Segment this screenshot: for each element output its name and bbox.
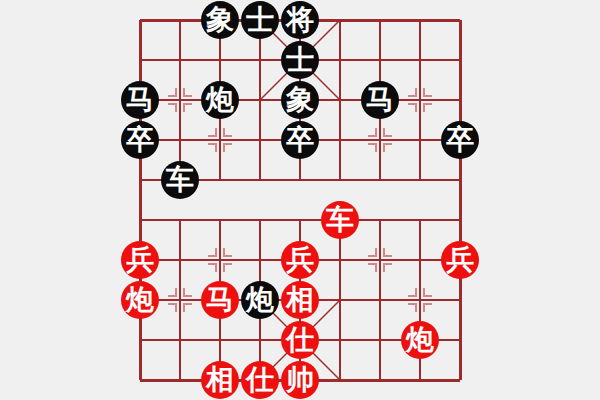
intersection-c7r6[interactable] (400, 240, 440, 280)
intersection-c5r7[interactable] (320, 280, 360, 320)
piece-red-soldier[interactable]: 兵 (281, 241, 319, 279)
intersection-c8r7[interactable] (440, 280, 480, 320)
intersection-c1r9[interactable] (160, 360, 200, 400)
intersection-c6r3[interactable] (360, 120, 400, 160)
piece-red-advisor[interactable]: 仕 (281, 321, 319, 359)
intersection-c7r3[interactable] (400, 120, 440, 160)
intersection-c4r1[interactable]: 士 (280, 40, 320, 80)
intersection-c0r1[interactable] (120, 40, 160, 80)
intersection-c5r5[interactable]: 车 (320, 200, 360, 240)
intersection-c4r0[interactable]: 将 (280, 0, 320, 40)
intersection-c3r4[interactable] (240, 160, 280, 200)
intersection-c2r3[interactable] (200, 120, 240, 160)
intersection-c3r6[interactable] (240, 240, 280, 280)
piece-black-soldier[interactable]: 卒 (121, 121, 159, 159)
intersection-c3r7[interactable]: 炮 (240, 280, 280, 320)
intersection-c5r0[interactable] (320, 0, 360, 40)
piece-red-elephant[interactable]: 相 (281, 281, 319, 319)
intersection-c7r9[interactable] (400, 360, 440, 400)
piece-black-advisor[interactable]: 士 (241, 1, 279, 39)
piece-black-soldier[interactable]: 卒 (281, 121, 319, 159)
intersection-c5r8[interactable] (320, 320, 360, 360)
xiangqi-board: 象士将士马炮象马卒卒卒车车兵兵兵炮马炮相仕炮相仕帅 (0, 0, 600, 400)
intersection-c7r0[interactable] (400, 0, 440, 40)
intersection-c4r4[interactable] (280, 160, 320, 200)
piece-black-general[interactable]: 将 (281, 1, 319, 39)
intersection-c5r1[interactable] (320, 40, 360, 80)
intersection-c7r4[interactable] (400, 160, 440, 200)
intersection-c6r8[interactable] (360, 320, 400, 360)
intersection-c7r1[interactable] (400, 40, 440, 80)
intersection-c7r2[interactable] (400, 80, 440, 120)
intersection-c1r1[interactable] (160, 40, 200, 80)
intersection-c0r5[interactable] (120, 200, 160, 240)
intersection-c1r7[interactable] (160, 280, 200, 320)
piece-black-chariot[interactable]: 车 (161, 161, 199, 199)
intersection-c8r2[interactable] (440, 80, 480, 120)
intersection-c5r2[interactable] (320, 80, 360, 120)
intersection-c4r5[interactable] (280, 200, 320, 240)
intersection-c8r9[interactable] (440, 360, 480, 400)
intersection-c7r5[interactable] (400, 200, 440, 240)
piece-red-chariot[interactable]: 车 (321, 201, 359, 239)
intersection-c1r5[interactable] (160, 200, 200, 240)
intersection-c1r0[interactable] (160, 0, 200, 40)
piece-red-cannon[interactable]: 炮 (121, 281, 159, 319)
intersection-c4r7[interactable]: 相 (280, 280, 320, 320)
intersection-c3r3[interactable] (240, 120, 280, 160)
piece-red-advisor[interactable]: 仕 (241, 361, 279, 399)
intersection-c8r5[interactable] (440, 200, 480, 240)
piece-red-elephant[interactable]: 相 (201, 361, 239, 399)
intersection-c7r8[interactable]: 炮 (400, 320, 440, 360)
intersection-c3r0[interactable]: 士 (240, 0, 280, 40)
intersection-c0r6[interactable]: 兵 (120, 240, 160, 280)
piece-black-horse[interactable]: 马 (121, 81, 159, 119)
intersection-c8r6[interactable]: 兵 (440, 240, 480, 280)
intersection-c2r8[interactable] (200, 320, 240, 360)
intersection-c6r7[interactable] (360, 280, 400, 320)
intersection-c0r3[interactable]: 卒 (120, 120, 160, 160)
intersection-c3r9[interactable]: 仕 (240, 360, 280, 400)
intersection-c2r6[interactable] (200, 240, 240, 280)
piece-black-cannon[interactable]: 炮 (241, 281, 279, 319)
intersection-c3r5[interactable] (240, 200, 280, 240)
piece-black-horse[interactable]: 马 (361, 81, 399, 119)
intersection-c6r1[interactable] (360, 40, 400, 80)
intersection-c4r6[interactable]: 兵 (280, 240, 320, 280)
intersection-c8r1[interactable] (440, 40, 480, 80)
intersection-c0r7[interactable]: 炮 (120, 280, 160, 320)
intersection-c8r4[interactable] (440, 160, 480, 200)
intersection-c1r8[interactable] (160, 320, 200, 360)
intersection-c2r1[interactable] (200, 40, 240, 80)
intersection-c3r2[interactable] (240, 80, 280, 120)
intersection-c6r0[interactable] (360, 0, 400, 40)
intersection-c2r4[interactable] (200, 160, 240, 200)
intersection-c2r5[interactable] (200, 200, 240, 240)
piece-red-horse[interactable]: 马 (201, 281, 239, 319)
intersection-c1r3[interactable] (160, 120, 200, 160)
intersection-c0r4[interactable] (120, 160, 160, 200)
piece-black-advisor[interactable]: 士 (281, 41, 319, 79)
intersection-c2r0[interactable]: 象 (200, 0, 240, 40)
piece-red-cannon[interactable]: 炮 (401, 321, 439, 359)
intersection-c4r2[interactable]: 象 (280, 80, 320, 120)
intersection-c0r8[interactable] (120, 320, 160, 360)
intersection-c6r4[interactable] (360, 160, 400, 200)
intersection-c0r2[interactable]: 马 (120, 80, 160, 120)
intersection-c6r6[interactable] (360, 240, 400, 280)
intersection-c2r7[interactable]: 马 (200, 280, 240, 320)
intersection-c3r1[interactable] (240, 40, 280, 80)
piece-black-cannon[interactable]: 炮 (201, 81, 239, 119)
piece-black-elephant[interactable]: 象 (281, 81, 319, 119)
intersection-c6r9[interactable] (360, 360, 400, 400)
board-intersections: 象士将士马炮象马卒卒卒车车兵兵兵炮马炮相仕炮相仕帅 (120, 0, 480, 400)
intersection-c6r5[interactable] (360, 200, 400, 240)
piece-red-soldier[interactable]: 兵 (121, 241, 159, 279)
intersection-c5r3[interactable] (320, 120, 360, 160)
intersection-c5r9[interactable] (320, 360, 360, 400)
intersection-c0r9[interactable] (120, 360, 160, 400)
intersection-c2r2[interactable]: 炮 (200, 80, 240, 120)
piece-red-general[interactable]: 帅 (281, 361, 319, 399)
piece-black-soldier[interactable]: 卒 (441, 121, 479, 159)
intersection-c1r2[interactable] (160, 80, 200, 120)
intersection-c2r9[interactable]: 相 (200, 360, 240, 400)
intersection-c3r8[interactable] (240, 320, 280, 360)
intersection-c4r9[interactable]: 帅 (280, 360, 320, 400)
intersection-c4r8[interactable]: 仕 (280, 320, 320, 360)
piece-red-soldier[interactable]: 兵 (441, 241, 479, 279)
intersection-c7r7[interactable] (400, 280, 440, 320)
intersection-c0r0[interactable] (120, 0, 160, 40)
intersection-c5r4[interactable] (320, 160, 360, 200)
intersection-c5r6[interactable] (320, 240, 360, 280)
intersection-c8r3[interactable]: 卒 (440, 120, 480, 160)
intersection-c8r0[interactable] (440, 0, 480, 40)
intersection-c8r8[interactable] (440, 320, 480, 360)
intersection-c4r3[interactable]: 卒 (280, 120, 320, 160)
intersection-c1r4[interactable]: 车 (160, 160, 200, 200)
piece-black-elephant[interactable]: 象 (201, 1, 239, 39)
intersection-c1r6[interactable] (160, 240, 200, 280)
intersection-c6r2[interactable]: 马 (360, 80, 400, 120)
